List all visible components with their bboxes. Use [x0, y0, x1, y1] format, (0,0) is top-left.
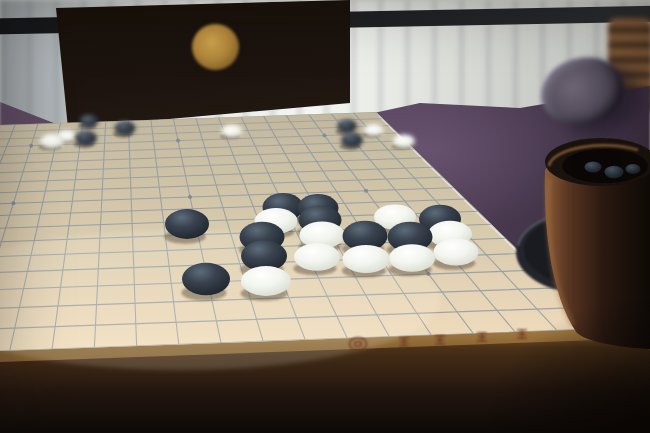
photo-scene [0, 0, 650, 433]
bowl-stone-black [585, 161, 602, 172]
bowl-stone-black [626, 164, 641, 174]
go-bowl [0, 0, 650, 433]
bowl-stone-black [605, 166, 624, 179]
